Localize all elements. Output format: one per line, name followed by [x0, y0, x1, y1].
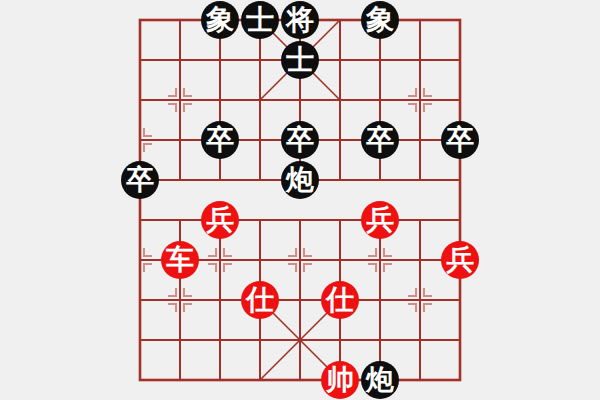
- black-advisor[interactable]: 士: [241, 1, 279, 39]
- black-soldier[interactable]: 卒: [121, 161, 159, 199]
- red-advisor[interactable]: 仕: [241, 281, 279, 319]
- red-advisor[interactable]: 仕: [321, 281, 359, 319]
- black-cannon[interactable]: 炮: [281, 161, 319, 199]
- red-soldier[interactable]: 兵: [441, 241, 479, 279]
- xiangqi-board: 象士将象士卒卒卒卒卒炮兵兵车兵仕仕帅炮: [0, 0, 600, 400]
- black-advisor[interactable]: 士: [281, 41, 319, 79]
- black-cannon[interactable]: 炮: [361, 361, 399, 399]
- black-elephant[interactable]: 象: [201, 1, 239, 39]
- red-chariot[interactable]: 车: [161, 241, 199, 279]
- black-general[interactable]: 将: [281, 1, 319, 39]
- black-soldier[interactable]: 卒: [201, 121, 239, 159]
- black-soldier[interactable]: 卒: [441, 121, 479, 159]
- black-elephant[interactable]: 象: [361, 1, 399, 39]
- red-soldier[interactable]: 兵: [201, 201, 239, 239]
- black-soldier[interactable]: 卒: [281, 121, 319, 159]
- red-general[interactable]: 帅: [321, 361, 359, 399]
- black-soldier[interactable]: 卒: [361, 121, 399, 159]
- pieces-layer[interactable]: 象士将象士卒卒卒卒卒炮兵兵车兵仕仕帅炮: [120, 0, 480, 400]
- red-soldier[interactable]: 兵: [361, 201, 399, 239]
